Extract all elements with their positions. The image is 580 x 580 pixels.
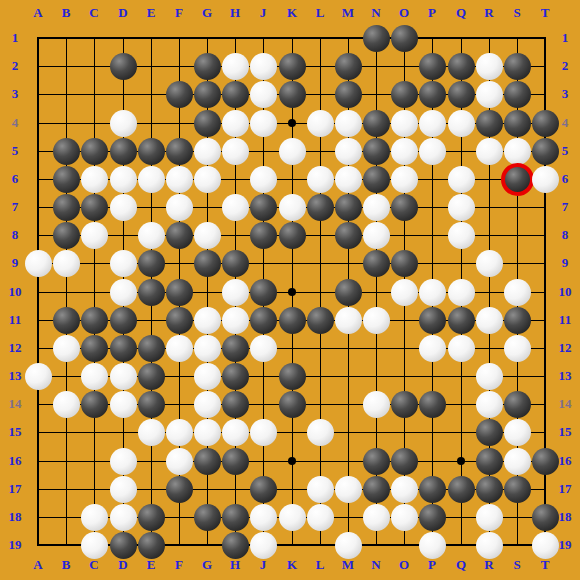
stone-white <box>307 476 334 503</box>
stone-black <box>81 335 108 362</box>
stone-white <box>476 81 503 108</box>
coord-label-row-18-left: 18 <box>2 509 28 525</box>
stone-black <box>363 476 390 503</box>
stone-white <box>335 532 362 559</box>
stone-black-last-move <box>501 163 534 196</box>
coord-label-row-17-left: 17 <box>2 481 28 497</box>
stone-black <box>279 81 306 108</box>
stone-white <box>81 166 108 193</box>
stone-black <box>448 53 475 80</box>
stone-white <box>110 194 137 221</box>
stone-black <box>476 419 503 446</box>
stone-white <box>53 250 80 277</box>
stone-black <box>363 250 390 277</box>
stone-black <box>138 138 165 165</box>
coord-label-row-1-left: 1 <box>2 30 28 46</box>
stone-black <box>53 194 80 221</box>
star-point <box>288 457 296 465</box>
stone-white <box>307 504 334 531</box>
stone-black <box>307 307 334 334</box>
stone-black <box>307 194 334 221</box>
coord-label-row-5-left: 5 <box>2 143 28 159</box>
stone-white <box>166 335 193 362</box>
coord-label-col-B-top: B <box>53 5 79 21</box>
stone-white <box>391 504 418 531</box>
stone-black <box>222 363 249 390</box>
stone-black <box>335 222 362 249</box>
stone-black <box>279 363 306 390</box>
stone-black <box>363 448 390 475</box>
coord-label-col-N-bottom: N <box>363 557 389 573</box>
stone-white <box>110 448 137 475</box>
stone-black <box>222 335 249 362</box>
stone-black <box>138 335 165 362</box>
stone-white <box>250 532 277 559</box>
stone-white <box>222 53 249 80</box>
stone-white <box>81 504 108 531</box>
coord-label-col-F-top: F <box>166 5 192 21</box>
coord-label-col-G-bottom: G <box>194 557 220 573</box>
stone-black <box>81 194 108 221</box>
coord-label-col-R-bottom: R <box>476 557 502 573</box>
coord-label-row-14-right: 14 <box>552 396 578 412</box>
stone-white <box>194 166 221 193</box>
stone-white <box>307 110 334 137</box>
stone-white <box>504 419 531 446</box>
stone-white <box>110 363 137 390</box>
stone-black <box>194 448 221 475</box>
stone-black <box>335 53 362 80</box>
stone-black <box>419 53 446 80</box>
coord-label-row-6-right: 6 <box>552 171 578 187</box>
coord-label-col-A-top: A <box>25 5 51 21</box>
stone-black <box>363 110 390 137</box>
stone-white <box>335 138 362 165</box>
stone-white <box>476 532 503 559</box>
coord-label-row-9-left: 9 <box>2 255 28 271</box>
coord-label-col-P-top: P <box>419 5 445 21</box>
stone-white <box>194 335 221 362</box>
coord-label-row-4-right: 4 <box>552 115 578 131</box>
stone-white <box>448 166 475 193</box>
coord-label-col-H-bottom: H <box>222 557 248 573</box>
stone-white <box>250 419 277 446</box>
stone-white <box>110 166 137 193</box>
stone-black <box>138 504 165 531</box>
stone-white <box>166 166 193 193</box>
coord-label-row-16-right: 16 <box>552 453 578 469</box>
stone-black <box>81 307 108 334</box>
stone-black <box>419 81 446 108</box>
stone-black <box>391 81 418 108</box>
coord-label-row-2-right: 2 <box>552 58 578 74</box>
coord-label-col-M-top: M <box>335 5 361 21</box>
stone-white <box>138 166 165 193</box>
coord-label-col-O-top: O <box>391 5 417 21</box>
stone-black <box>504 476 531 503</box>
coord-label-col-A-bottom: A <box>25 557 51 573</box>
coord-label-row-19-left: 19 <box>2 537 28 553</box>
stone-black <box>448 81 475 108</box>
stone-white <box>25 363 52 390</box>
stone-white <box>335 307 362 334</box>
stone-white <box>448 279 475 306</box>
stone-white <box>110 476 137 503</box>
stone-black <box>194 504 221 531</box>
coord-label-row-11-left: 11 <box>2 312 28 328</box>
stone-black <box>53 166 80 193</box>
stone-black <box>194 81 221 108</box>
stone-white <box>166 419 193 446</box>
stone-white <box>166 194 193 221</box>
stone-white <box>335 110 362 137</box>
stone-black <box>279 222 306 249</box>
coord-label-row-11-right: 11 <box>552 312 578 328</box>
coord-label-row-12-right: 12 <box>552 340 578 356</box>
stone-white <box>279 138 306 165</box>
stone-white <box>110 110 137 137</box>
stone-white <box>53 335 80 362</box>
coord-label-row-1-right: 1 <box>552 30 578 46</box>
stone-black <box>138 391 165 418</box>
stone-black <box>279 307 306 334</box>
coord-label-col-N-top: N <box>363 5 389 21</box>
coord-label-row-6-left: 6 <box>2 171 28 187</box>
stone-white <box>222 279 249 306</box>
stone-black <box>504 391 531 418</box>
stone-black <box>391 448 418 475</box>
coord-label-col-G-top: G <box>194 5 220 21</box>
stone-black <box>222 391 249 418</box>
coord-label-col-E-bottom: E <box>138 557 164 573</box>
stone-white <box>476 363 503 390</box>
coord-label-row-13-right: 13 <box>552 368 578 384</box>
stone-black <box>222 448 249 475</box>
stone-white <box>476 504 503 531</box>
stone-white <box>194 138 221 165</box>
coord-label-col-C-bottom: C <box>81 557 107 573</box>
coord-label-col-Q-bottom: Q <box>448 557 474 573</box>
coord-label-row-15-right: 15 <box>552 424 578 440</box>
stone-white <box>476 250 503 277</box>
coord-label-col-Q-top: Q <box>448 5 474 21</box>
stone-white <box>391 279 418 306</box>
stone-black <box>419 391 446 418</box>
stone-white <box>448 222 475 249</box>
stone-black <box>81 391 108 418</box>
stone-white <box>25 250 52 277</box>
coord-label-col-L-top: L <box>307 5 333 21</box>
stone-black <box>279 391 306 418</box>
stone-black <box>419 307 446 334</box>
stone-white <box>476 391 503 418</box>
stone-black <box>476 476 503 503</box>
star-point <box>288 288 296 296</box>
stone-white <box>419 532 446 559</box>
stone-white <box>110 391 137 418</box>
stone-black <box>419 504 446 531</box>
stone-white <box>250 110 277 137</box>
stone-white <box>335 166 362 193</box>
stone-white <box>335 476 362 503</box>
stone-white <box>81 222 108 249</box>
coord-label-row-4-left: 4 <box>2 115 28 131</box>
coord-label-row-8-right: 8 <box>552 227 578 243</box>
stone-white <box>250 504 277 531</box>
stone-white <box>363 307 390 334</box>
stone-black <box>391 25 418 52</box>
stone-white <box>81 363 108 390</box>
coord-label-row-9-right: 9 <box>552 255 578 271</box>
stone-black <box>504 307 531 334</box>
stone-white <box>419 138 446 165</box>
coord-label-col-K-top: K <box>279 5 305 21</box>
coord-label-col-B-bottom: B <box>53 557 79 573</box>
stone-black <box>250 222 277 249</box>
stone-white <box>448 110 475 137</box>
stone-white <box>279 504 306 531</box>
stone-white <box>222 138 249 165</box>
stone-white <box>419 110 446 137</box>
stone-white <box>504 279 531 306</box>
stone-black <box>363 166 390 193</box>
coord-label-col-O-bottom: O <box>391 557 417 573</box>
coord-label-row-16-left: 16 <box>2 453 28 469</box>
stone-white <box>138 419 165 446</box>
coord-label-row-7-left: 7 <box>2 199 28 215</box>
stone-black <box>250 476 277 503</box>
stone-black <box>81 138 108 165</box>
stone-black <box>166 81 193 108</box>
coord-label-col-S-top: S <box>504 5 530 21</box>
stone-black <box>138 532 165 559</box>
coord-label-row-14-left: 14 <box>2 396 28 412</box>
stone-white <box>363 222 390 249</box>
stone-black <box>53 222 80 249</box>
stone-white <box>307 166 334 193</box>
coord-label-row-12-left: 12 <box>2 340 28 356</box>
stone-black <box>138 279 165 306</box>
stone-black <box>250 307 277 334</box>
stone-white <box>391 110 418 137</box>
stone-black <box>476 448 503 475</box>
coord-label-col-J-bottom: J <box>250 557 276 573</box>
coord-label-row-8-left: 8 <box>2 227 28 243</box>
stone-white <box>476 307 503 334</box>
stone-black <box>222 504 249 531</box>
stone-black <box>166 476 193 503</box>
stone-black <box>138 250 165 277</box>
stone-white <box>194 307 221 334</box>
stone-white <box>110 250 137 277</box>
stone-black <box>166 307 193 334</box>
coord-label-col-K-bottom: K <box>279 557 305 573</box>
stone-black <box>335 194 362 221</box>
stone-white <box>250 53 277 80</box>
stone-white <box>250 166 277 193</box>
stone-white <box>363 504 390 531</box>
stone-white <box>194 363 221 390</box>
stone-black <box>53 138 80 165</box>
stone-black <box>166 138 193 165</box>
stone-white <box>250 335 277 362</box>
stone-white <box>307 419 334 446</box>
stone-black <box>110 532 137 559</box>
stone-black <box>110 307 137 334</box>
coord-label-col-T-bottom: T <box>532 557 558 573</box>
stone-white <box>110 504 137 531</box>
stone-white <box>222 307 249 334</box>
coord-label-row-13-left: 13 <box>2 368 28 384</box>
stone-white <box>391 138 418 165</box>
star-point <box>457 457 465 465</box>
stone-black <box>222 532 249 559</box>
coord-label-row-2-left: 2 <box>2 58 28 74</box>
stone-black <box>504 110 531 137</box>
stone-white <box>194 222 221 249</box>
stone-white <box>110 279 137 306</box>
stone-black <box>391 194 418 221</box>
coord-label-col-T-top: T <box>532 5 558 21</box>
coord-label-row-15-left: 15 <box>2 424 28 440</box>
stone-white <box>222 110 249 137</box>
stone-black <box>448 307 475 334</box>
stone-white <box>504 448 531 475</box>
stone-black <box>194 110 221 137</box>
coord-label-row-5-right: 5 <box>552 143 578 159</box>
stone-black <box>448 476 475 503</box>
stone-white <box>250 81 277 108</box>
stone-black <box>419 476 446 503</box>
stone-black <box>250 279 277 306</box>
coord-label-col-F-bottom: F <box>166 557 192 573</box>
stone-white <box>363 194 390 221</box>
board-grid-line-h <box>37 432 546 433</box>
stone-white <box>419 335 446 362</box>
coord-label-row-18-right: 18 <box>552 509 578 525</box>
stone-black <box>335 81 362 108</box>
stone-white <box>504 335 531 362</box>
stone-black <box>504 81 531 108</box>
stone-black <box>279 53 306 80</box>
stone-black <box>250 194 277 221</box>
stone-black <box>194 53 221 80</box>
coord-label-row-17-right: 17 <box>552 481 578 497</box>
coord-label-col-L-bottom: L <box>307 557 333 573</box>
stone-white <box>53 391 80 418</box>
coord-label-col-R-top: R <box>476 5 502 21</box>
coord-label-col-P-bottom: P <box>419 557 445 573</box>
coord-label-col-S-bottom: S <box>504 557 530 573</box>
coord-label-row-19-right: 19 <box>552 537 578 553</box>
coord-label-col-H-top: H <box>222 5 248 21</box>
coord-label-col-E-top: E <box>138 5 164 21</box>
stone-white <box>279 194 306 221</box>
stone-black <box>363 138 390 165</box>
stone-white <box>419 279 446 306</box>
stone-white <box>391 476 418 503</box>
stone-white <box>448 335 475 362</box>
stone-black <box>504 53 531 80</box>
stone-white <box>363 391 390 418</box>
coord-label-row-10-right: 10 <box>552 284 578 300</box>
coord-label-row-3-right: 3 <box>552 86 578 102</box>
stone-black <box>110 335 137 362</box>
stone-black <box>335 279 362 306</box>
stone-white <box>194 391 221 418</box>
stone-black <box>222 81 249 108</box>
stone-black <box>166 279 193 306</box>
stone-black <box>110 138 137 165</box>
stone-black <box>53 307 80 334</box>
stone-white <box>504 138 531 165</box>
star-point <box>288 119 296 127</box>
stone-white <box>138 222 165 249</box>
stone-white <box>476 53 503 80</box>
coord-label-col-C-top: C <box>81 5 107 21</box>
stone-white <box>448 194 475 221</box>
stone-black <box>194 250 221 277</box>
coord-label-col-D-bottom: D <box>110 557 136 573</box>
stone-white <box>194 419 221 446</box>
coord-label-row-3-left: 3 <box>2 86 28 102</box>
stone-white <box>81 532 108 559</box>
stone-black <box>138 363 165 390</box>
coord-label-col-D-top: D <box>110 5 136 21</box>
stone-black <box>391 391 418 418</box>
stone-white <box>391 166 418 193</box>
stone-white <box>222 194 249 221</box>
stone-black <box>222 250 249 277</box>
stone-white <box>476 138 503 165</box>
stone-white <box>166 448 193 475</box>
coord-label-col-J-top: J <box>250 5 276 21</box>
go-board[interactable]: AABBCCDDEEFFGGHHJJKKLLMMNNOOPPQQRRSSTT11… <box>0 0 580 580</box>
stone-black <box>110 53 137 80</box>
stone-black <box>166 222 193 249</box>
stone-black <box>391 250 418 277</box>
coord-label-row-7-right: 7 <box>552 199 578 215</box>
stone-black <box>363 25 390 52</box>
coord-label-col-M-bottom: M <box>335 557 361 573</box>
coord-label-row-10-left: 10 <box>2 284 28 300</box>
stone-white <box>222 419 249 446</box>
stone-black <box>476 110 503 137</box>
